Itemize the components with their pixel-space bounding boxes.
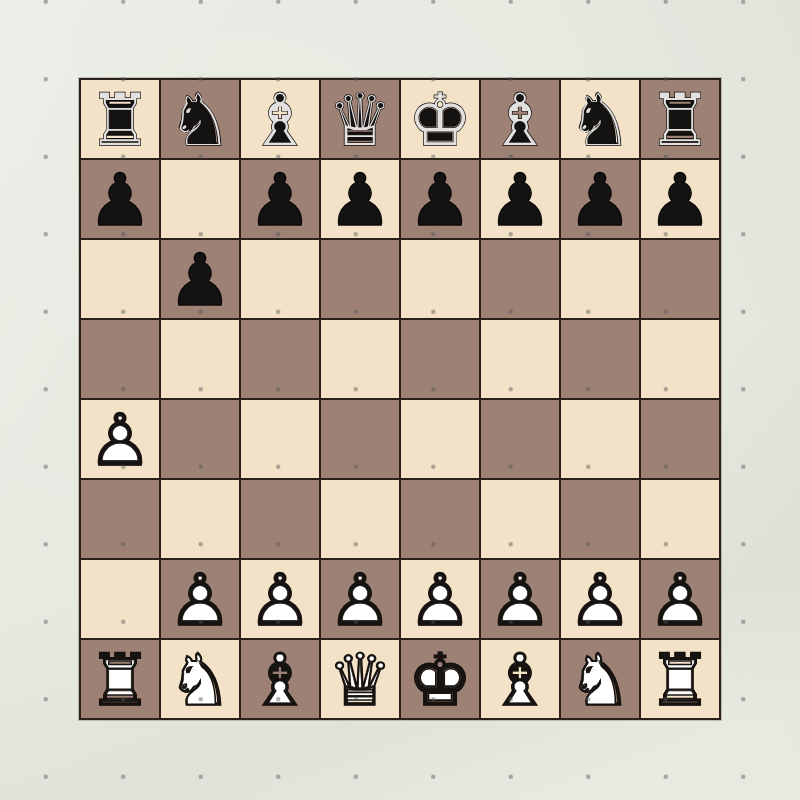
piece-outline-detail: ♙ bbox=[241, 560, 319, 638]
black-pawn[interactable]: ♟ bbox=[81, 160, 159, 238]
square-a8[interactable]: ♜♖ bbox=[81, 80, 159, 158]
black-pawn[interactable]: ♟ bbox=[641, 160, 719, 238]
square-d4[interactable] bbox=[321, 400, 399, 478]
black-pawn-icon: ♟ bbox=[81, 160, 159, 238]
white-pawn[interactable]: ♟♙ bbox=[641, 560, 719, 638]
piece-outline-detail: ♙ bbox=[481, 560, 559, 638]
square-b1[interactable]: ♞♘ bbox=[161, 640, 239, 718]
square-d7[interactable]: ♟ bbox=[321, 160, 399, 238]
piece-outline-detail: ♙ bbox=[161, 560, 239, 638]
square-a7[interactable]: ♟ bbox=[81, 160, 159, 238]
white-pawn[interactable]: ♟♙ bbox=[81, 400, 159, 478]
black-knight[interactable]: ♞♘ bbox=[161, 80, 239, 158]
square-f3[interactable] bbox=[481, 480, 559, 558]
chess-board: ♜♖♞♘♝♗♛♕♚♔♝♗♞♘♜♖♟♟♟♟♟♟♟♟♟♙♟♙♟♙♟♙♟♙♟♙♟♙♟♙… bbox=[79, 78, 721, 720]
square-d5[interactable] bbox=[321, 320, 399, 398]
black-pawn-icon: ♟ bbox=[641, 160, 719, 238]
white-queen[interactable]: ♛♕ bbox=[321, 640, 399, 718]
white-king[interactable]: ♚♔ bbox=[401, 640, 479, 718]
black-pawn-icon: ♟ bbox=[161, 240, 239, 318]
square-b7[interactable] bbox=[161, 160, 239, 238]
square-e7[interactable]: ♟ bbox=[401, 160, 479, 238]
piece-outline-detail: ♙ bbox=[641, 560, 719, 638]
square-f2[interactable]: ♟♙ bbox=[481, 560, 559, 638]
black-pawn[interactable]: ♟ bbox=[241, 160, 319, 238]
square-g1[interactable]: ♞♘ bbox=[561, 640, 639, 718]
square-b2[interactable]: ♟♙ bbox=[161, 560, 239, 638]
square-d2[interactable]: ♟♙ bbox=[321, 560, 399, 638]
piece-outline-detail: ♙ bbox=[81, 400, 159, 478]
piece-white-detail-lines: ♘ bbox=[161, 80, 239, 158]
white-rook[interactable]: ♜♖ bbox=[641, 640, 719, 718]
black-rook[interactable]: ♜♖ bbox=[641, 80, 719, 158]
square-a5[interactable] bbox=[81, 320, 159, 398]
square-d8[interactable]: ♛♕ bbox=[321, 80, 399, 158]
piece-outline-detail: ♖ bbox=[81, 640, 159, 718]
square-h8[interactable]: ♜♖ bbox=[641, 80, 719, 158]
piece-outline-detail: ♘ bbox=[161, 640, 239, 718]
black-pawn[interactable]: ♟ bbox=[481, 160, 559, 238]
piece-outline-detail: ♙ bbox=[321, 560, 399, 638]
piece-white-detail-lines: ♖ bbox=[81, 80, 159, 158]
square-h6[interactable] bbox=[641, 240, 719, 318]
white-pawn[interactable]: ♟♙ bbox=[241, 560, 319, 638]
piece-outline-detail: ♕ bbox=[321, 640, 399, 718]
piece-outline-detail: ♔ bbox=[401, 640, 479, 718]
square-f8[interactable]: ♝♗ bbox=[481, 80, 559, 158]
piece-outline-detail: ♙ bbox=[561, 560, 639, 638]
white-pawn[interactable]: ♟♙ bbox=[561, 560, 639, 638]
square-h4[interactable] bbox=[641, 400, 719, 478]
black-king[interactable]: ♚♔ bbox=[401, 80, 479, 158]
square-e6[interactable] bbox=[401, 240, 479, 318]
square-d6[interactable] bbox=[321, 240, 399, 318]
square-c1[interactable]: ♝♗ bbox=[241, 640, 319, 718]
square-b3[interactable] bbox=[161, 480, 239, 558]
square-c6[interactable] bbox=[241, 240, 319, 318]
square-a2[interactable] bbox=[81, 560, 159, 638]
square-h3[interactable] bbox=[641, 480, 719, 558]
square-h7[interactable]: ♟ bbox=[641, 160, 719, 238]
piece-white-detail-lines: ♔ bbox=[401, 80, 479, 158]
square-g8[interactable]: ♞♘ bbox=[561, 80, 639, 158]
square-g6[interactable] bbox=[561, 240, 639, 318]
piece-outline-detail: ♘ bbox=[561, 640, 639, 718]
white-pawn[interactable]: ♟♙ bbox=[161, 560, 239, 638]
square-e8[interactable]: ♚♔ bbox=[401, 80, 479, 158]
black-pawn-icon: ♟ bbox=[481, 160, 559, 238]
piece-outline-detail: ♙ bbox=[401, 560, 479, 638]
black-queen[interactable]: ♛♕ bbox=[321, 80, 399, 158]
piece-white-detail-lines: ♗ bbox=[241, 80, 319, 158]
square-g7[interactable]: ♟ bbox=[561, 160, 639, 238]
square-a3[interactable] bbox=[81, 480, 159, 558]
square-g3[interactable] bbox=[561, 480, 639, 558]
square-f5[interactable] bbox=[481, 320, 559, 398]
white-bishop[interactable]: ♝♗ bbox=[241, 640, 319, 718]
piece-outline-detail: ♗ bbox=[481, 640, 559, 718]
square-h1[interactable]: ♜♖ bbox=[641, 640, 719, 718]
square-f6[interactable] bbox=[481, 240, 559, 318]
black-pawn-icon: ♟ bbox=[561, 160, 639, 238]
square-c2[interactable]: ♟♙ bbox=[241, 560, 319, 638]
square-g5[interactable] bbox=[561, 320, 639, 398]
square-e1[interactable]: ♚♔ bbox=[401, 640, 479, 718]
square-b6[interactable]: ♟ bbox=[161, 240, 239, 318]
square-f4[interactable] bbox=[481, 400, 559, 478]
square-e5[interactable] bbox=[401, 320, 479, 398]
square-c7[interactable]: ♟ bbox=[241, 160, 319, 238]
black-rook[interactable]: ♜♖ bbox=[81, 80, 159, 158]
white-knight[interactable]: ♞♘ bbox=[161, 640, 239, 718]
piece-white-detail-lines: ♘ bbox=[561, 80, 639, 158]
black-pawn-icon: ♟ bbox=[241, 160, 319, 238]
black-pawn[interactable]: ♟ bbox=[401, 160, 479, 238]
square-a6[interactable] bbox=[81, 240, 159, 318]
square-c4[interactable] bbox=[241, 400, 319, 478]
square-d1[interactable]: ♛♕ bbox=[321, 640, 399, 718]
square-c3[interactable] bbox=[241, 480, 319, 558]
black-pawn[interactable]: ♟ bbox=[561, 160, 639, 238]
white-knight[interactable]: ♞♘ bbox=[561, 640, 639, 718]
piece-outline-detail: ♗ bbox=[241, 640, 319, 718]
square-b5[interactable] bbox=[161, 320, 239, 398]
square-b8[interactable]: ♞♘ bbox=[161, 80, 239, 158]
square-b4[interactable] bbox=[161, 400, 239, 478]
black-pawn-icon: ♟ bbox=[321, 160, 399, 238]
square-g2[interactable]: ♟♙ bbox=[561, 560, 639, 638]
black-pawn[interactable]: ♟ bbox=[161, 240, 239, 318]
white-pawn[interactable]: ♟♙ bbox=[401, 560, 479, 638]
piece-outline-detail: ♖ bbox=[641, 640, 719, 718]
square-h2[interactable]: ♟♙ bbox=[641, 560, 719, 638]
square-e4[interactable] bbox=[401, 400, 479, 478]
square-f7[interactable]: ♟ bbox=[481, 160, 559, 238]
black-pawn-icon: ♟ bbox=[401, 160, 479, 238]
square-c8[interactable]: ♝♗ bbox=[241, 80, 319, 158]
square-e3[interactable] bbox=[401, 480, 479, 558]
black-bishop[interactable]: ♝♗ bbox=[241, 80, 319, 158]
square-h5[interactable] bbox=[641, 320, 719, 398]
square-g4[interactable] bbox=[561, 400, 639, 478]
white-pawn[interactable]: ♟♙ bbox=[481, 560, 559, 638]
square-a1[interactable]: ♜♖ bbox=[81, 640, 159, 718]
square-e2[interactable]: ♟♙ bbox=[401, 560, 479, 638]
white-pawn[interactable]: ♟♙ bbox=[321, 560, 399, 638]
square-c5[interactable] bbox=[241, 320, 319, 398]
black-bishop[interactable]: ♝♗ bbox=[481, 80, 559, 158]
square-a4[interactable]: ♟♙ bbox=[81, 400, 159, 478]
page-background: { "game": "chess", "position": { "fen": … bbox=[0, 0, 800, 800]
piece-white-detail-lines: ♕ bbox=[321, 80, 399, 158]
black-knight[interactable]: ♞♘ bbox=[561, 80, 639, 158]
piece-white-detail-lines: ♖ bbox=[641, 80, 719, 158]
black-pawn[interactable]: ♟ bbox=[321, 160, 399, 238]
white-rook[interactable]: ♜♖ bbox=[81, 640, 159, 718]
square-d3[interactable] bbox=[321, 480, 399, 558]
square-f1[interactable]: ♝♗ bbox=[481, 640, 559, 718]
piece-white-detail-lines: ♗ bbox=[481, 80, 559, 158]
white-bishop[interactable]: ♝♗ bbox=[481, 640, 559, 718]
